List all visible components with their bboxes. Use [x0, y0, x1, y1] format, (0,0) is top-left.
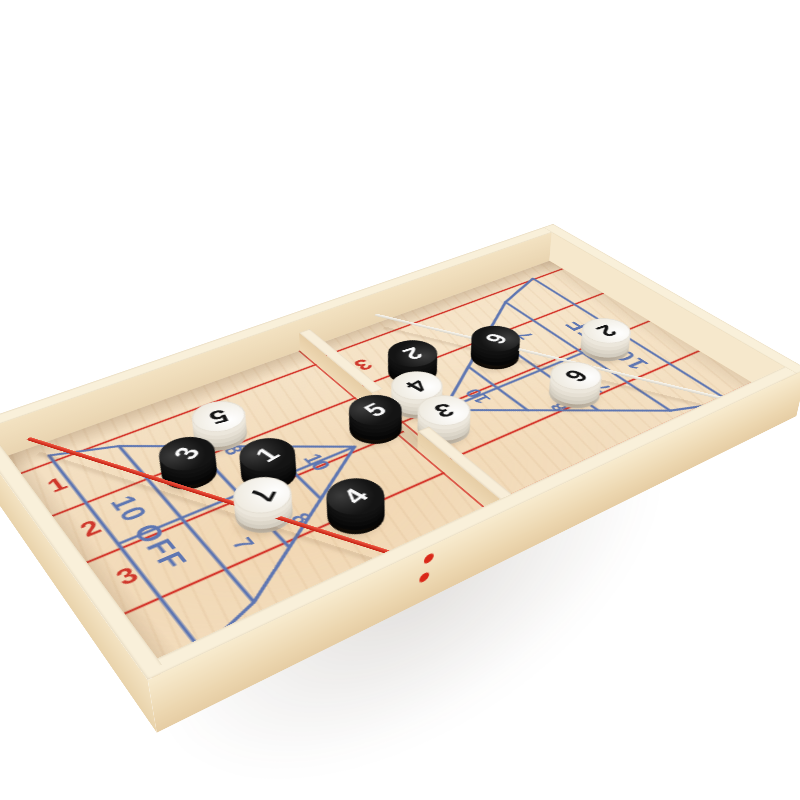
puck-number: 5 — [358, 399, 394, 421]
red-band-anchor-dot-2 — [419, 571, 429, 584]
puck-number: 3 — [430, 399, 459, 422]
puck-number: 6 — [478, 330, 514, 347]
puck-number: 1 — [248, 443, 286, 467]
puck-number: 5 — [205, 405, 233, 428]
red-band-anchor-dot-1 — [424, 552, 434, 565]
puck-number: 2 — [590, 321, 622, 340]
puck-number: 4 — [335, 484, 377, 509]
lane-number-2: 2 — [75, 516, 106, 541]
ten-off-label: 10 OFF — [104, 491, 196, 575]
puck-number: 3 — [166, 444, 208, 462]
puck-number: 2 — [397, 343, 428, 363]
puck-number: 7 — [241, 486, 284, 504]
puck-number: 4 — [399, 375, 435, 395]
lane-number-3: 3 — [111, 562, 144, 590]
photo-stage: 10887710 OFF123 10887710 OFF123 31745524… — [0, 0, 800, 800]
puck-number: 6 — [558, 366, 595, 386]
zone-label-10: 10 — [298, 450, 336, 474]
